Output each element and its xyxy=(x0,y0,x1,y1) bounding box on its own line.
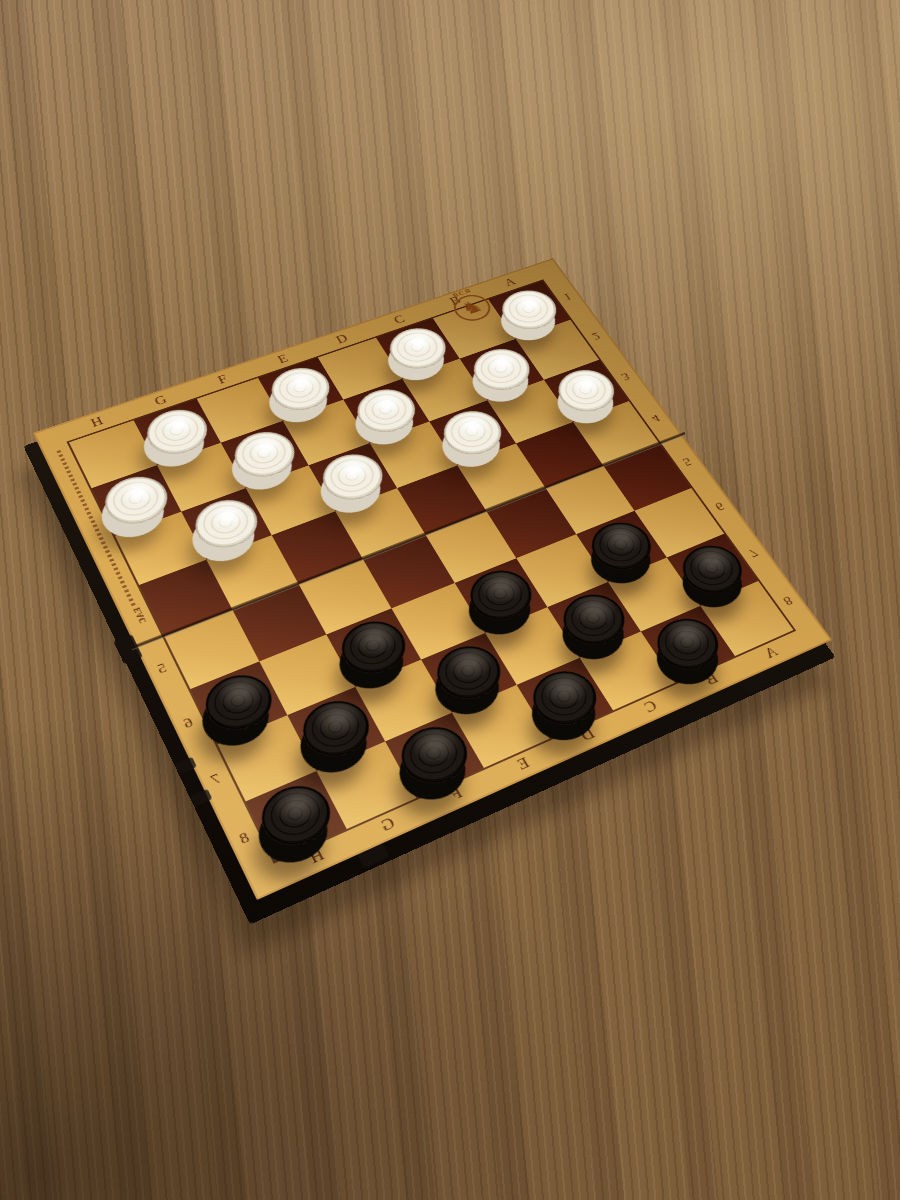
photo-vignette xyxy=(0,0,900,1200)
photo-scene: AA1BB2CC3DD4EE5FF6GG7HH85678 ВСЯ ♞ EAC xyxy=(0,0,900,1200)
